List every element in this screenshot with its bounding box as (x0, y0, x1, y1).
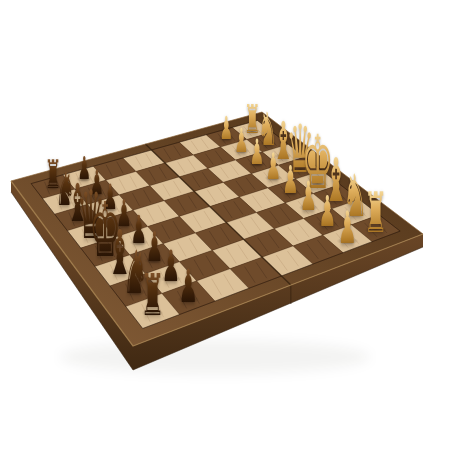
piece-white-rook: ♜ (358, 186, 393, 242)
piece-black-pawn: ♟ (174, 263, 202, 309)
piece-black-rook: ♜ (135, 267, 171, 325)
product-photo: ♜♞♝♛♚♝♞♜♟♟♟♟♟♟♟♟♟♟♟♟♟♟♟♟♜♞♝♛♚♝♞♜ (0, 0, 450, 450)
piece-white-pawn: ♟ (333, 205, 361, 250)
pieces-layer: ♜♞♝♛♚♝♞♜♟♟♟♟♟♟♟♟♟♟♟♟♟♟♟♟♜♞♝♛♚♝♞♜ (0, 0, 450, 450)
